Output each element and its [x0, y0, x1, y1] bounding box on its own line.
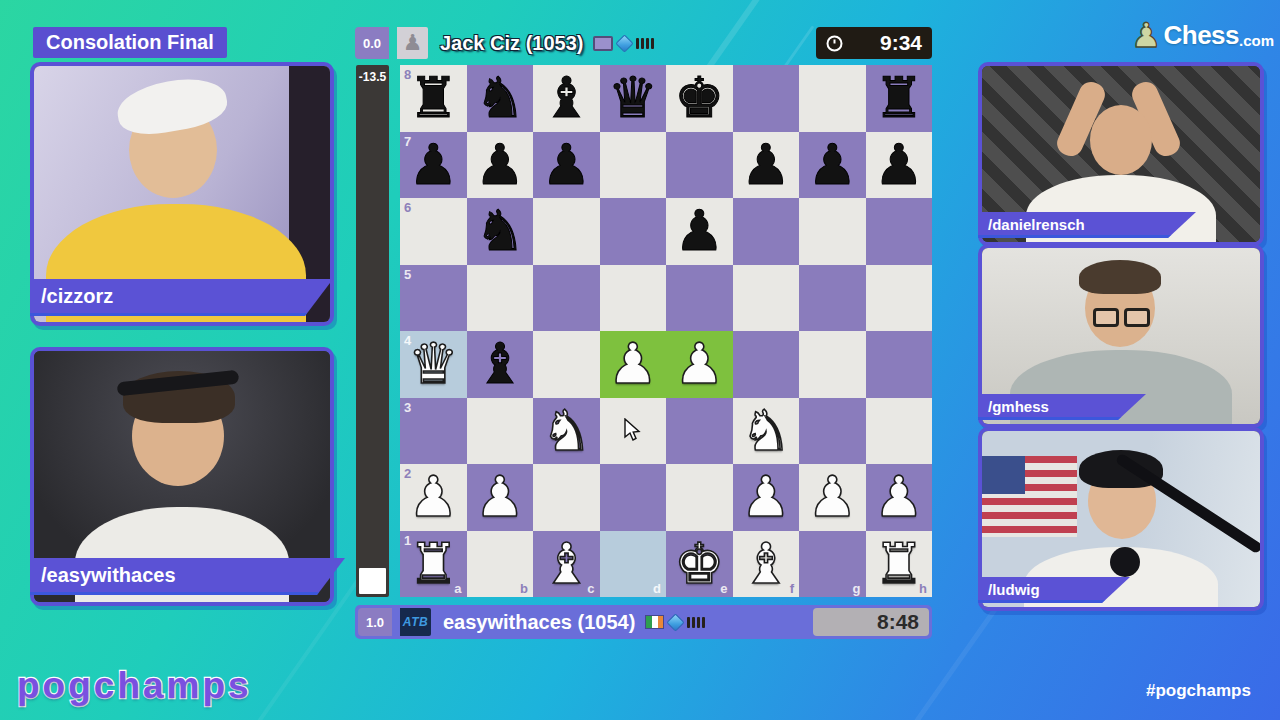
piece-black-king: ♚	[666, 65, 733, 132]
square-h8[interactable]: ♜	[866, 65, 933, 132]
evaluation-white-portion	[359, 568, 386, 594]
square-f4[interactable]	[733, 331, 800, 398]
square-h3[interactable]	[866, 398, 933, 465]
handle-gmhess: /gmhess	[978, 394, 1146, 420]
square-e7[interactable]	[666, 132, 733, 199]
piece-black-pawn: ♟	[733, 132, 800, 199]
piece-black-pawn: ♟	[866, 132, 933, 199]
rank-label: 4	[404, 333, 411, 348]
square-b5[interactable]	[467, 265, 534, 332]
file-label: a	[454, 581, 461, 596]
square-d4[interactable]: ♟	[600, 331, 667, 398]
piece-white-pawn: ♟	[733, 464, 800, 531]
bottom-clock-time: 8:48	[877, 610, 919, 634]
bottom-player-clock: 8:48	[813, 608, 929, 636]
diamond-membership-icon	[667, 613, 685, 631]
square-a4[interactable]: ♛4	[400, 331, 467, 398]
piece-black-pawn: ♟	[467, 132, 534, 199]
clock-icon	[826, 35, 843, 52]
bottom-player-bar: 1.0 ATB easywithaces (1054) 8:48	[355, 605, 932, 639]
square-f1[interactable]: ♝f	[733, 531, 800, 598]
square-c6[interactable]	[533, 198, 600, 265]
square-b8[interactable]: ♞	[467, 65, 534, 132]
square-a7[interactable]: ♟7	[400, 132, 467, 199]
piece-white-knight: ♞	[533, 398, 600, 465]
bottom-player-icons	[645, 615, 705, 629]
bottom-player-rating: (1054)	[578, 611, 636, 633]
square-d7[interactable]	[600, 132, 667, 199]
square-b4[interactable]: ♝	[467, 331, 534, 398]
square-a1[interactable]: ♜1a	[400, 531, 467, 598]
square-b3[interactable]	[467, 398, 534, 465]
square-a5[interactable]: 5	[400, 265, 467, 332]
square-f2[interactable]: ♟	[733, 464, 800, 531]
top-player-clock: 9:34	[816, 27, 932, 59]
square-d2[interactable]	[600, 464, 667, 531]
square-g7[interactable]: ♟	[799, 132, 866, 199]
square-f6[interactable]	[733, 198, 800, 265]
tournament-title: Consolation Final	[33, 27, 227, 58]
top-player-avatar[interactable]: ♟	[397, 27, 428, 59]
square-c4[interactable]	[533, 331, 600, 398]
piece-white-knight: ♞	[733, 398, 800, 465]
mouse-cursor-icon	[622, 418, 644, 442]
bottom-match-score: 1.0	[358, 608, 392, 636]
chesscom-logo: ♟ Chess .com	[1131, 20, 1274, 51]
rank-label: 1	[404, 533, 411, 548]
diamond-membership-icon	[616, 34, 634, 52]
pogchamps-hashtag: #pogchamps	[1146, 681, 1251, 701]
piece-white-pawn: ♟	[666, 331, 733, 398]
piece-black-bishop: ♝	[467, 331, 534, 398]
rank-label: 7	[404, 134, 411, 149]
square-e3[interactable]	[666, 398, 733, 465]
square-d5[interactable]	[600, 265, 667, 332]
square-g1[interactable]: g	[799, 531, 866, 598]
square-f5[interactable]	[733, 265, 800, 332]
square-b7[interactable]: ♟	[467, 132, 534, 199]
top-player-rating: (1053)	[526, 32, 584, 54]
square-e4[interactable]: ♟	[666, 331, 733, 398]
handle-easywithaces: /easywithaces	[30, 558, 345, 595]
top-clock-time: 9:34	[880, 31, 922, 55]
rank-label: 3	[404, 400, 411, 415]
square-g6[interactable]	[799, 198, 866, 265]
top-match-score: 0.0	[355, 27, 389, 59]
piece-black-knight: ♞	[467, 65, 534, 132]
ireland-flag-icon	[645, 615, 664, 629]
piece-white-pawn: ♟	[866, 464, 933, 531]
square-a8[interactable]: ♜8	[400, 65, 467, 132]
square-f3[interactable]: ♞	[733, 398, 800, 465]
square-a3[interactable]: 3	[400, 398, 467, 465]
rank-label: 5	[404, 267, 411, 282]
square-f8[interactable]	[733, 65, 800, 132]
square-c7[interactable]: ♟	[533, 132, 600, 199]
scene-shape	[1093, 308, 1119, 327]
chesscom-tld: .com	[1239, 32, 1274, 49]
bottom-player-avatar[interactable]: ATB	[400, 608, 431, 636]
scene-shape	[1124, 308, 1150, 327]
piece-black-knight: ♞	[467, 198, 534, 265]
scene-shape	[1110, 547, 1140, 577]
top-player-bar: 0.0 ♟ Jack Ciz (1053) 9:34	[355, 27, 932, 59]
pogchamps-logo: pogchamps	[17, 665, 252, 707]
square-g5[interactable]	[799, 265, 866, 332]
file-label: f	[790, 581, 794, 596]
file-label: h	[919, 581, 927, 596]
square-h4[interactable]	[866, 331, 933, 398]
file-label: g	[853, 581, 861, 596]
signal-bars-icon	[687, 617, 705, 628]
stream-stage: Consolation Final /cizzorz /easywithaces…	[0, 0, 1280, 720]
square-g2[interactable]: ♟	[799, 464, 866, 531]
square-e1[interactable]: ♚e	[666, 531, 733, 598]
scene-shape	[1090, 105, 1152, 175]
scene-shape	[1079, 260, 1161, 294]
square-b1[interactable]: b	[467, 531, 534, 598]
piece-black-pawn: ♟	[533, 132, 600, 199]
square-a6[interactable]: 6	[400, 198, 467, 265]
chess-board: ♜8♞♝♛♚♜♟7♟♟♟♟♟6♞♟5♛4♝♟♟3♞♞♟2♟♟♟♟♜1ab♝cd♚…	[400, 65, 932, 597]
square-b2[interactable]: ♟	[467, 464, 534, 531]
signal-bars-icon	[636, 38, 654, 49]
square-e6[interactable]: ♟	[666, 198, 733, 265]
square-h5[interactable]	[866, 265, 933, 332]
handle-cizzorz: /cizzorz	[30, 279, 333, 316]
piece-white-pawn: ♟	[799, 464, 866, 531]
device-icon	[593, 36, 613, 51]
bottom-player-name[interactable]: easywithaces (1054)	[443, 611, 635, 634]
piece-white-pawn: ♟	[600, 331, 667, 398]
square-e8[interactable]: ♚	[666, 65, 733, 132]
square-c1[interactable]: ♝c	[533, 531, 600, 598]
piece-white-pawn: ♟	[467, 464, 534, 531]
pawn-avatar-icon: ♟	[403, 32, 423, 54]
square-h1[interactable]: ♜h	[866, 531, 933, 598]
piece-black-pawn: ♟	[666, 198, 733, 265]
top-player-icons	[593, 36, 654, 51]
scene-shape	[982, 456, 1077, 537]
square-g4[interactable]	[799, 331, 866, 398]
rank-label: 8	[404, 67, 411, 82]
file-label: b	[520, 581, 528, 596]
square-d8[interactable]: ♛	[600, 65, 667, 132]
evaluation-bar: -13.5	[356, 65, 389, 597]
piece-black-bishop: ♝	[533, 65, 600, 132]
square-c3[interactable]: ♞	[533, 398, 600, 465]
piece-black-queen: ♛	[600, 65, 667, 132]
square-h6[interactable]	[866, 198, 933, 265]
square-f7[interactable]: ♟	[733, 132, 800, 199]
square-c2[interactable]	[533, 464, 600, 531]
square-d1[interactable]: d	[600, 531, 667, 598]
square-a2[interactable]: ♟2	[400, 464, 467, 531]
square-h7[interactable]: ♟	[866, 132, 933, 199]
evaluation-value: -13.5	[356, 70, 389, 84]
piece-black-rook: ♜	[866, 65, 933, 132]
handle-danielrensch: /danielrensch	[978, 212, 1196, 238]
file-label: e	[720, 581, 727, 596]
square-c8[interactable]: ♝	[533, 65, 600, 132]
chesscom-wordmark: Chess	[1163, 20, 1239, 51]
square-e2[interactable]	[666, 464, 733, 531]
square-h2[interactable]: ♟	[866, 464, 933, 531]
chesscom-pawn-icon: ♟	[1131, 20, 1161, 51]
rank-label: 6	[404, 200, 411, 215]
top-player-name[interactable]: Jack Ciz (1053)	[440, 32, 583, 55]
piece-black-pawn: ♟	[799, 132, 866, 199]
square-d6[interactable]	[600, 198, 667, 265]
square-e5[interactable]	[666, 265, 733, 332]
square-g3[interactable]	[799, 398, 866, 465]
file-label: c	[587, 581, 594, 596]
rank-label: 2	[404, 466, 411, 481]
square-b6[interactable]: ♞	[467, 198, 534, 265]
file-label: d	[653, 581, 661, 596]
square-c5[interactable]	[533, 265, 600, 332]
square-g8[interactable]	[799, 65, 866, 132]
